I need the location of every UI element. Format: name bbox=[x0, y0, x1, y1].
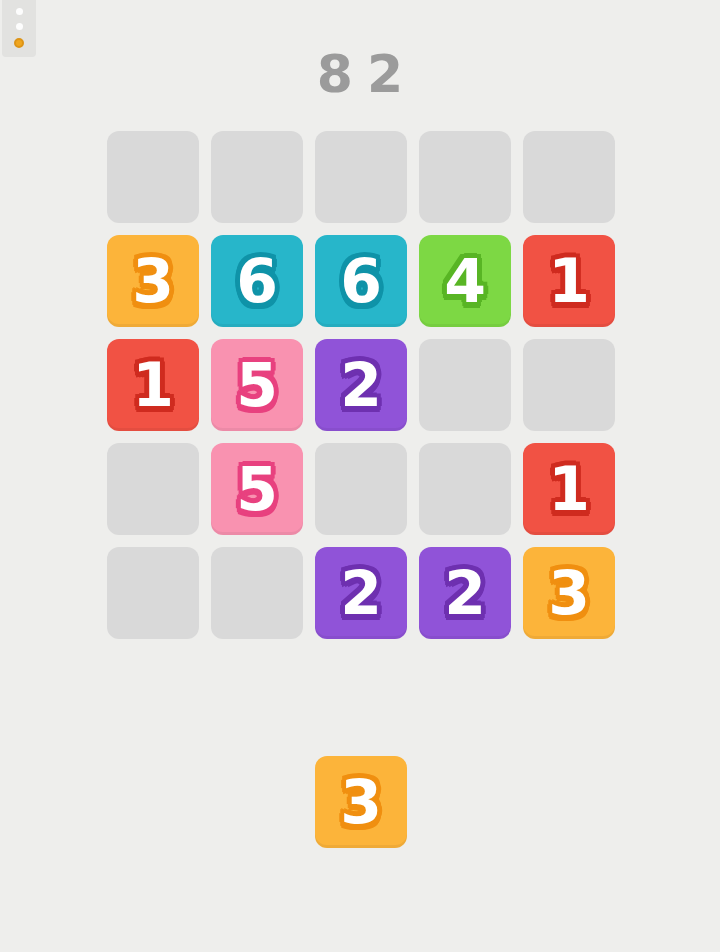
tile-number: 6 bbox=[340, 251, 382, 311]
empty-cell-r3c4[interactable] bbox=[419, 339, 511, 431]
tile-4-r2c4[interactable]: 4 bbox=[419, 235, 511, 327]
tile-2-r3c3[interactable]: 2 bbox=[315, 339, 407, 431]
tile-6-r2c2[interactable]: 6 bbox=[211, 235, 303, 327]
empty-cell-r5c2[interactable] bbox=[211, 547, 303, 639]
next-tile-number: 3 bbox=[340, 772, 382, 832]
empty-cell-r3c5[interactable] bbox=[523, 339, 615, 431]
tile-number: 1 bbox=[132, 355, 174, 415]
tile-number: 1 bbox=[548, 459, 590, 519]
tile-number: 6 bbox=[236, 251, 278, 311]
empty-cell-r4c4[interactable] bbox=[419, 443, 511, 535]
empty-cell-r1c1[interactable] bbox=[107, 131, 199, 223]
tile-number: 2 bbox=[444, 563, 486, 623]
tile-2-r5c4[interactable]: 2 bbox=[419, 547, 511, 639]
tile-5-r4c2[interactable]: 5 bbox=[211, 443, 303, 535]
menu-dot bbox=[16, 23, 23, 30]
tile-3-r2c1[interactable]: 3 bbox=[107, 235, 199, 327]
tile-number: 5 bbox=[236, 459, 278, 519]
tile-1-r4c5[interactable]: 1 bbox=[523, 443, 615, 535]
tile-number: 3 bbox=[548, 563, 590, 623]
empty-cell-r1c5[interactable] bbox=[523, 131, 615, 223]
empty-cell-r1c2[interactable] bbox=[211, 131, 303, 223]
game-screen: 82 3664115251223 3 bbox=[0, 0, 720, 952]
tile-number: 2 bbox=[340, 563, 382, 623]
empty-cell-r1c3[interactable] bbox=[315, 131, 407, 223]
board: 3664115251223 bbox=[107, 131, 615, 639]
tile-number: 4 bbox=[444, 251, 486, 311]
tile-6-r2c3[interactable]: 6 bbox=[315, 235, 407, 327]
menu-dot bbox=[16, 8, 23, 15]
next-tile[interactable]: 3 bbox=[315, 756, 407, 848]
empty-cell-r1c4[interactable] bbox=[419, 131, 511, 223]
tile-5-r3c2[interactable]: 5 bbox=[211, 339, 303, 431]
tile-3-r5c5[interactable]: 3 bbox=[523, 547, 615, 639]
tile-2-r5c3[interactable]: 2 bbox=[315, 547, 407, 639]
empty-cell-r4c1[interactable] bbox=[107, 443, 199, 535]
tile-number: 3 bbox=[132, 251, 174, 311]
tile-number: 2 bbox=[340, 355, 382, 415]
tile-1-r3c1[interactable]: 1 bbox=[107, 339, 199, 431]
empty-cell-r4c3[interactable] bbox=[315, 443, 407, 535]
empty-cell-r5c1[interactable] bbox=[107, 547, 199, 639]
tile-number: 5 bbox=[236, 355, 278, 415]
tile-number: 1 bbox=[548, 251, 590, 311]
score: 82 bbox=[0, 44, 720, 104]
tile-1-r2c5[interactable]: 1 bbox=[523, 235, 615, 327]
